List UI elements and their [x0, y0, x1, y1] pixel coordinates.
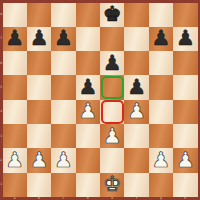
square-e4[interactable] — [100, 100, 124, 124]
black-pawn-piece[interactable]: ♟ — [5, 28, 24, 49]
square-d3[interactable] — [76, 124, 100, 148]
square-e1[interactable]: ♚ — [100, 173, 124, 197]
square-h8[interactable] — [173, 3, 197, 27]
square-b2[interactable]: ♟ — [27, 148, 51, 172]
square-c1[interactable] — [51, 173, 75, 197]
square-g3[interactable] — [149, 124, 173, 148]
square-a4[interactable] — [3, 100, 27, 124]
square-g7[interactable]: ♟ — [149, 27, 173, 51]
black-king-piece[interactable]: ♚ — [103, 4, 122, 25]
square-c2[interactable]: ♟ — [51, 148, 75, 172]
square-d2[interactable] — [76, 148, 100, 172]
square-e3[interactable]: ♟ — [100, 124, 124, 148]
square-d1[interactable] — [76, 173, 100, 197]
square-b6[interactable] — [27, 51, 51, 75]
square-a2[interactable]: ♟ — [3, 148, 27, 172]
rank-label-4: 4 — [0, 100, 3, 124]
square-g2[interactable]: ♟ — [149, 148, 173, 172]
rank-label-2: 2 — [0, 148, 3, 172]
square-h3[interactable] — [173, 124, 197, 148]
highlight-red-outline-e4 — [101, 100, 124, 123]
white-pawn-piece[interactable]: ♟ — [176, 150, 195, 171]
square-e5[interactable] — [100, 75, 124, 99]
square-b8[interactable] — [27, 3, 51, 27]
white-king-piece[interactable]: ♚ — [103, 174, 122, 195]
file-labels: abcdefgh — [3, 197, 198, 200]
square-c6[interactable] — [51, 51, 75, 75]
chess-board[interactable]: ♚♟♟♟♟♟♟♟♟♟♟♟♟♟♟♟♟♚ — [3, 3, 198, 198]
square-d5[interactable]: ♟ — [76, 75, 100, 99]
square-d8[interactable] — [76, 3, 100, 27]
highlight-green-outline-e5 — [101, 76, 124, 99]
square-f1[interactable] — [124, 173, 148, 197]
square-f2[interactable] — [124, 148, 148, 172]
rank-labels: 87654321 — [0, 3, 3, 198]
square-e8[interactable]: ♚ — [100, 3, 124, 27]
square-f6[interactable] — [124, 51, 148, 75]
rank-label-7: 7 — [0, 27, 3, 51]
black-pawn-piece[interactable]: ♟ — [30, 28, 49, 49]
square-h2[interactable]: ♟ — [173, 148, 197, 172]
black-pawn-piece[interactable]: ♟ — [103, 52, 122, 73]
square-g5[interactable] — [149, 75, 173, 99]
rank-label-5: 5 — [0, 75, 3, 99]
square-e6[interactable]: ♟ — [100, 51, 124, 75]
square-b5[interactable] — [27, 75, 51, 99]
file-label-c: c — [51, 197, 75, 200]
square-a7[interactable]: ♟ — [3, 27, 27, 51]
square-f7[interactable] — [124, 27, 148, 51]
square-e2[interactable] — [100, 148, 124, 172]
square-f5[interactable]: ♟ — [124, 75, 148, 99]
square-g1[interactable] — [149, 173, 173, 197]
white-pawn-piece[interactable]: ♟ — [127, 101, 146, 122]
file-label-g: g — [149, 197, 173, 200]
rank-label-3: 3 — [0, 124, 3, 148]
white-pawn-piece[interactable]: ♟ — [103, 125, 122, 146]
square-a8[interactable] — [3, 3, 27, 27]
file-label-f: f — [124, 197, 148, 200]
file-label-a: a — [3, 197, 27, 200]
square-g8[interactable] — [149, 3, 173, 27]
square-h6[interactable] — [173, 51, 197, 75]
square-a1[interactable] — [3, 173, 27, 197]
square-d7[interactable] — [76, 27, 100, 51]
square-b4[interactable] — [27, 100, 51, 124]
file-label-d: d — [76, 197, 100, 200]
square-d6[interactable] — [76, 51, 100, 75]
square-b7[interactable]: ♟ — [27, 27, 51, 51]
square-b1[interactable] — [27, 173, 51, 197]
square-a3[interactable] — [3, 124, 27, 148]
square-f8[interactable] — [124, 3, 148, 27]
square-e7[interactable] — [100, 27, 124, 51]
square-f3[interactable] — [124, 124, 148, 148]
black-pawn-piece[interactable]: ♟ — [176, 28, 195, 49]
square-h7[interactable]: ♟ — [173, 27, 197, 51]
square-f4[interactable]: ♟ — [124, 100, 148, 124]
file-label-e: e — [100, 197, 124, 200]
white-pawn-piece[interactable]: ♟ — [54, 150, 73, 171]
chess-board-frame: 87654321 abcdefgh ♚♟♟♟♟♟♟♟♟♟♟♟♟♟♟♟♟♚ — [0, 0, 200, 200]
square-c4[interactable] — [51, 100, 75, 124]
black-pawn-piece[interactable]: ♟ — [152, 28, 171, 49]
square-c7[interactable]: ♟ — [51, 27, 75, 51]
rank-label-8: 8 — [0, 3, 3, 27]
black-pawn-piece[interactable]: ♟ — [127, 77, 146, 98]
square-d4[interactable]: ♟ — [76, 100, 100, 124]
white-pawn-piece[interactable]: ♟ — [78, 101, 97, 122]
square-h4[interactable] — [173, 100, 197, 124]
square-h5[interactable] — [173, 75, 197, 99]
square-g4[interactable] — [149, 100, 173, 124]
square-b3[interactable] — [27, 124, 51, 148]
rank-label-6: 6 — [0, 51, 3, 75]
square-h1[interactable] — [173, 173, 197, 197]
square-a6[interactable] — [3, 51, 27, 75]
square-g6[interactable] — [149, 51, 173, 75]
square-c5[interactable] — [51, 75, 75, 99]
black-pawn-piece[interactable]: ♟ — [78, 77, 97, 98]
rank-label-1: 1 — [0, 173, 3, 197]
square-c8[interactable] — [51, 3, 75, 27]
square-a5[interactable] — [3, 75, 27, 99]
white-pawn-piece[interactable]: ♟ — [152, 150, 171, 171]
square-c3[interactable] — [51, 124, 75, 148]
white-pawn-piece[interactable]: ♟ — [5, 150, 24, 171]
black-pawn-piece[interactable]: ♟ — [54, 28, 73, 49]
file-label-b: b — [27, 197, 51, 200]
white-pawn-piece[interactable]: ♟ — [30, 150, 49, 171]
file-label-h: h — [173, 197, 197, 200]
